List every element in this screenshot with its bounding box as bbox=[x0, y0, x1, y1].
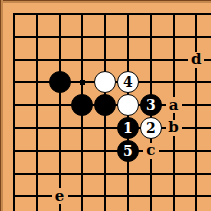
board-edge-top bbox=[0, 0, 211, 3]
stone-white bbox=[94, 71, 116, 93]
move-number: 1 bbox=[123, 121, 133, 135]
go-board: abcde43125 bbox=[0, 0, 211, 211]
point-label-text: c bbox=[143, 143, 159, 159]
move-number: 3 bbox=[146, 98, 156, 112]
stone-black-1: 1 bbox=[117, 117, 139, 139]
point-label-text: b bbox=[166, 120, 182, 136]
point-label-e: e bbox=[48, 185, 71, 208]
stone-white-cell bbox=[117, 94, 140, 117]
move-number: 4 bbox=[123, 75, 133, 89]
stone-white-cell bbox=[94, 71, 117, 94]
hoshi-mark bbox=[80, 80, 85, 85]
stone-black-1-cell: 1 bbox=[117, 117, 140, 140]
stone-white-4-cell: 4 bbox=[117, 71, 140, 94]
go-diagram: abcde43125 bbox=[0, 0, 211, 211]
board-points-grid: abcde43125 bbox=[3, 3, 208, 208]
point-label-c: c bbox=[139, 139, 162, 162]
stone-black-3: 3 bbox=[140, 94, 162, 116]
stone-black-cell bbox=[94, 94, 117, 117]
move-number: 2 bbox=[146, 121, 156, 135]
stone-black-5-cell: 5 bbox=[117, 139, 140, 162]
stone-black-5: 5 bbox=[117, 140, 139, 162]
stone-black-3-cell: 3 bbox=[139, 94, 162, 117]
stone-black bbox=[49, 71, 71, 93]
stone-white-2: 2 bbox=[140, 117, 162, 139]
stone-black bbox=[94, 94, 116, 116]
point-label-text: a bbox=[166, 97, 182, 113]
point-label-a: a bbox=[162, 94, 185, 117]
stone-black bbox=[71, 94, 93, 116]
board-edge-left bbox=[0, 0, 3, 211]
point-label-text: d bbox=[188, 52, 204, 68]
stone-white bbox=[117, 94, 139, 116]
point-label-d: d bbox=[185, 48, 208, 71]
point-label-text: e bbox=[52, 188, 68, 204]
stone-black-cell bbox=[71, 94, 94, 117]
stone-white-4: 4 bbox=[117, 71, 139, 93]
point-label-b: b bbox=[162, 117, 185, 140]
hoshi-point bbox=[71, 71, 94, 94]
move-number: 5 bbox=[123, 144, 133, 158]
stone-white-2-cell: 2 bbox=[139, 117, 162, 140]
stone-black-cell bbox=[48, 71, 71, 94]
